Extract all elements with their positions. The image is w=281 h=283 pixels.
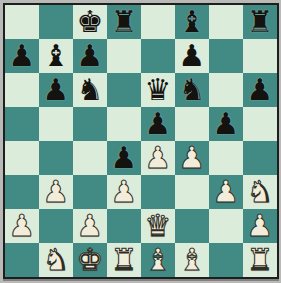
chess-board: ♚♜♝♜♟♝♟♟♟♞♛♞♟♟♟♟♟♟♟♟♟♞♟♟♛♟♞♚♜♝♝♜ <box>3 3 279 279</box>
square-h7[interactable] <box>243 39 277 73</box>
square-h3[interactable]: ♞ <box>243 175 277 209</box>
square-c8[interactable]: ♚ <box>73 5 107 39</box>
square-g2[interactable] <box>209 209 243 243</box>
square-g3[interactable]: ♟ <box>209 175 243 209</box>
black-knight-piece: ♞ <box>73 73 107 107</box>
square-b2[interactable] <box>39 209 73 243</box>
black-pawn-piece: ♟ <box>5 39 39 73</box>
square-a6[interactable] <box>5 73 39 107</box>
square-g5[interactable]: ♟ <box>209 107 243 141</box>
black-rook-piece: ♜ <box>107 5 141 39</box>
square-f1[interactable]: ♝ <box>175 243 209 277</box>
square-a1[interactable] <box>5 243 39 277</box>
black-pawn-piece: ♟ <box>73 39 107 73</box>
square-a4[interactable] <box>5 141 39 175</box>
board-frame: ♚♜♝♜♟♝♟♟♟♞♛♞♟♟♟♟♟♟♟♟♟♞♟♟♛♟♞♚♜♝♝♜ <box>3 3 279 279</box>
square-e8[interactable] <box>141 5 175 39</box>
white-queen-piece: ♛ <box>141 209 175 243</box>
square-a3[interactable] <box>5 175 39 209</box>
square-h1[interactable]: ♜ <box>243 243 277 277</box>
square-d2[interactable] <box>107 209 141 243</box>
square-h4[interactable] <box>243 141 277 175</box>
square-h8[interactable]: ♜ <box>243 5 277 39</box>
white-pawn-piece: ♟ <box>209 175 243 209</box>
square-f2[interactable] <box>175 209 209 243</box>
white-pawn-piece: ♟ <box>5 209 39 243</box>
square-g1[interactable] <box>209 243 243 277</box>
black-king-piece: ♚ <box>73 5 107 39</box>
square-b6[interactable]: ♟ <box>39 73 73 107</box>
square-e4[interactable]: ♟ <box>141 141 175 175</box>
square-c5[interactable] <box>73 107 107 141</box>
square-d7[interactable] <box>107 39 141 73</box>
square-c4[interactable] <box>73 141 107 175</box>
square-g6[interactable] <box>209 73 243 107</box>
square-f7[interactable]: ♟ <box>175 39 209 73</box>
white-pawn-piece: ♟ <box>39 175 73 209</box>
square-c1[interactable]: ♚ <box>73 243 107 277</box>
square-e1[interactable]: ♝ <box>141 243 175 277</box>
square-b4[interactable] <box>39 141 73 175</box>
black-pawn-piece: ♟ <box>243 73 277 107</box>
white-pawn-piece: ♟ <box>107 175 141 209</box>
white-bishop-piece: ♝ <box>141 243 175 277</box>
square-g8[interactable] <box>209 5 243 39</box>
square-a7[interactable]: ♟ <box>5 39 39 73</box>
white-bishop-piece: ♝ <box>175 243 209 277</box>
black-queen-piece: ♛ <box>141 73 175 107</box>
square-e6[interactable]: ♛ <box>141 73 175 107</box>
square-h6[interactable]: ♟ <box>243 73 277 107</box>
square-h5[interactable] <box>243 107 277 141</box>
square-f4[interactable]: ♟ <box>175 141 209 175</box>
black-pawn-piece: ♟ <box>209 107 243 141</box>
square-g7[interactable] <box>209 39 243 73</box>
square-f5[interactable] <box>175 107 209 141</box>
square-d6[interactable] <box>107 73 141 107</box>
black-bishop-piece: ♝ <box>39 39 73 73</box>
white-pawn-piece: ♟ <box>175 141 209 175</box>
black-pawn-piece: ♟ <box>107 141 141 175</box>
square-e2[interactable]: ♛ <box>141 209 175 243</box>
square-b7[interactable]: ♝ <box>39 39 73 73</box>
square-f6[interactable]: ♞ <box>175 73 209 107</box>
square-a2[interactable]: ♟ <box>5 209 39 243</box>
square-d8[interactable]: ♜ <box>107 5 141 39</box>
white-rook-piece: ♜ <box>107 243 141 277</box>
square-c7[interactable]: ♟ <box>73 39 107 73</box>
black-bishop-piece: ♝ <box>175 5 209 39</box>
black-knight-piece: ♞ <box>175 73 209 107</box>
white-king-piece: ♚ <box>73 243 107 277</box>
square-d4[interactable]: ♟ <box>107 141 141 175</box>
square-e5[interactable]: ♟ <box>141 107 175 141</box>
square-h2[interactable]: ♟ <box>243 209 277 243</box>
square-a8[interactable] <box>5 5 39 39</box>
black-pawn-piece: ♟ <box>141 107 175 141</box>
square-b3[interactable]: ♟ <box>39 175 73 209</box>
square-e7[interactable] <box>141 39 175 73</box>
square-g4[interactable] <box>209 141 243 175</box>
white-pawn-piece: ♟ <box>73 209 107 243</box>
white-knight-piece: ♞ <box>39 243 73 277</box>
black-pawn-piece: ♟ <box>39 73 73 107</box>
black-rook-piece: ♜ <box>243 5 277 39</box>
square-b8[interactable] <box>39 5 73 39</box>
square-f3[interactable] <box>175 175 209 209</box>
square-c2[interactable]: ♟ <box>73 209 107 243</box>
square-a5[interactable] <box>5 107 39 141</box>
square-d3[interactable]: ♟ <box>107 175 141 209</box>
white-knight-piece: ♞ <box>243 175 277 209</box>
white-rook-piece: ♜ <box>243 243 277 277</box>
square-d5[interactable] <box>107 107 141 141</box>
white-pawn-piece: ♟ <box>243 209 277 243</box>
white-pawn-piece: ♟ <box>141 141 175 175</box>
square-e3[interactable] <box>141 175 175 209</box>
square-c3[interactable] <box>73 175 107 209</box>
square-f8[interactable]: ♝ <box>175 5 209 39</box>
square-d1[interactable]: ♜ <box>107 243 141 277</box>
black-pawn-piece: ♟ <box>175 39 209 73</box>
square-b5[interactable] <box>39 107 73 141</box>
square-c6[interactable]: ♞ <box>73 73 107 107</box>
square-b1[interactable]: ♞ <box>39 243 73 277</box>
